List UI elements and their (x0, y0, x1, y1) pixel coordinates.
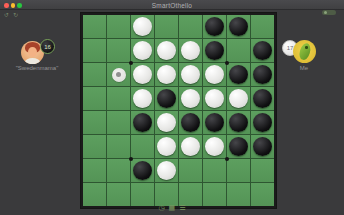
board-cell-d3[interactable] (155, 63, 178, 86)
board-cell-g8[interactable] (227, 183, 250, 206)
board-cell-b7[interactable] (107, 159, 130, 182)
board-cell-d2[interactable] (155, 39, 178, 62)
black-disc (133, 161, 152, 180)
white-disc (133, 89, 152, 108)
board-cell-a2[interactable] (83, 39, 106, 62)
white-disc (181, 137, 200, 156)
white-disc (229, 89, 248, 108)
black-disc (229, 17, 248, 36)
board-cell-f3[interactable] (203, 63, 226, 86)
board-star-dot (129, 157, 133, 161)
clock-icon[interactable]: ◷ (158, 203, 164, 213)
board-cell-b2[interactable] (107, 39, 130, 62)
titlebar: SmartOthello (0, 0, 344, 10)
avatar-alien-eye (305, 46, 308, 49)
hint-dot-icon (116, 72, 121, 77)
board-cell-h3[interactable] (251, 63, 274, 86)
board-cell-c6[interactable] (131, 135, 154, 158)
board-cell-e7[interactable] (179, 159, 202, 182)
board-cell-b8[interactable] (107, 183, 130, 206)
black-disc (253, 113, 272, 132)
white-player-avatar (293, 40, 316, 63)
board-cell-c2[interactable] (131, 39, 154, 62)
white-disc (205, 65, 224, 84)
white-disc (133, 17, 152, 36)
board-cell-b5[interactable] (107, 111, 130, 134)
board-star-dot (129, 61, 133, 65)
board-cell-e5[interactable] (179, 111, 202, 134)
board-star-dot (225, 61, 229, 65)
black-disc (205, 113, 224, 132)
board-cell-a7[interactable] (83, 159, 106, 182)
white-player-name: Me (282, 65, 326, 71)
board-cell-d4[interactable] (155, 87, 178, 110)
board-cell-a1[interactable] (83, 15, 106, 38)
board-cell-b1[interactable] (107, 15, 130, 38)
board-cell-h5[interactable] (251, 111, 274, 134)
black-score-disc: 16 (40, 39, 55, 54)
board-cell-f1[interactable] (203, 15, 226, 38)
board-cell-h8[interactable] (251, 183, 274, 206)
black-disc (157, 89, 176, 108)
white-disc (181, 41, 200, 60)
board-cell-d6[interactable] (155, 135, 178, 158)
top-left-toolbar: ↺ ↻ (4, 11, 18, 19)
white-disc (157, 161, 176, 180)
board-cell-h7[interactable] (251, 159, 274, 182)
black-player-name: "Swedenmama" (8, 65, 66, 71)
board-cell-f5[interactable] (203, 111, 226, 134)
white-disc (133, 65, 152, 84)
legal-move-hint[interactable] (112, 68, 126, 82)
white-disc (157, 41, 176, 60)
game-center-dot-icon (324, 11, 327, 14)
black-disc (205, 41, 224, 60)
board-cell-h4[interactable] (251, 87, 274, 110)
game-center-icon[interactable] (322, 10, 336, 15)
board-cell-g5[interactable] (227, 111, 250, 134)
board-cell-e6[interactable] (179, 135, 202, 158)
board-cell-g4[interactable] (227, 87, 250, 110)
board-cell-g3[interactable] (227, 63, 250, 86)
board-cell-b4[interactable] (107, 87, 130, 110)
board-cell-a3[interactable] (83, 63, 106, 86)
board-cell-d5[interactable] (155, 111, 178, 134)
board-cell-c4[interactable] (131, 87, 154, 110)
black-disc (253, 89, 272, 108)
avatar-shirt (25, 58, 40, 64)
othello-board (81, 13, 276, 208)
white-disc (181, 89, 200, 108)
board-cell-e4[interactable] (179, 87, 202, 110)
avatar-alien (298, 42, 312, 61)
board-cell-b3[interactable] (107, 63, 130, 86)
board-cell-e3[interactable] (179, 63, 202, 86)
undo-icon[interactable]: ↺ (4, 11, 9, 19)
black-disc (229, 137, 248, 156)
white-disc (205, 89, 224, 108)
board-cell-h1[interactable] (251, 15, 274, 38)
board-cell-h2[interactable] (251, 39, 274, 62)
black-disc (253, 137, 272, 156)
board-cell-g2[interactable] (227, 39, 250, 62)
board-cell-e1[interactable] (179, 15, 202, 38)
board-cell-g6[interactable] (227, 135, 250, 158)
board-cell-a8[interactable] (83, 183, 106, 206)
board-cell-h6[interactable] (251, 135, 274, 158)
black-disc (253, 41, 272, 60)
app-window: SmartOthello ↺ ↻ 16 "Swedenmama" 17 Me ◷… (0, 0, 344, 215)
moves-list-icon[interactable]: ☰ (179, 203, 185, 213)
board-cell-g1[interactable] (227, 15, 250, 38)
board-cell-a4[interactable] (83, 87, 106, 110)
board-cell-c3[interactable] (131, 63, 154, 86)
board-cell-e2[interactable] (179, 39, 202, 62)
board-cell-g7[interactable] (227, 159, 250, 182)
white-disc (205, 137, 224, 156)
white-disc (133, 41, 152, 60)
board-cell-b6[interactable] (107, 135, 130, 158)
window-title: SmartOthello (0, 2, 344, 9)
black-score: 16 (44, 44, 51, 50)
board-cell-f6[interactable] (203, 135, 226, 158)
black-disc (133, 113, 152, 132)
white-disc (181, 65, 200, 84)
board-cell-d1[interactable] (155, 15, 178, 38)
board-cell-f7[interactable] (203, 159, 226, 182)
white-disc (157, 113, 176, 132)
black-disc (229, 113, 248, 132)
avatar-face (28, 47, 37, 57)
black-disc (229, 65, 248, 84)
board-cell-f2[interactable] (203, 39, 226, 62)
board-cell-c5[interactable] (131, 111, 154, 134)
board-icon[interactable]: ▦ (169, 203, 176, 213)
white-disc (157, 65, 176, 84)
board-cell-c7[interactable] (131, 159, 154, 182)
board-cell-d7[interactable] (155, 159, 178, 182)
board-cell-f4[interactable] (203, 87, 226, 110)
board-cell-a6[interactable] (83, 135, 106, 158)
black-disc (253, 65, 272, 84)
white-disc (157, 137, 176, 156)
board-star-dot (225, 157, 229, 161)
black-disc (181, 113, 200, 132)
board-cell-f8[interactable] (203, 183, 226, 206)
board-cell-a5[interactable] (83, 111, 106, 134)
board-cell-c1[interactable] (131, 15, 154, 38)
bottom-toolbar: ◷ ▦ ☰ (150, 203, 194, 213)
black-disc (205, 17, 224, 36)
redo-icon[interactable]: ↻ (13, 11, 18, 19)
